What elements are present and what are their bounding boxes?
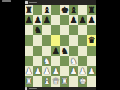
square-d6[interactable] [51,25,60,35]
square-a7[interactable]: ♟ [25,15,34,25]
piece-white-n-f3[interactable]: ♞ [69,56,78,66]
piece-black-n-e4[interactable]: ♞ [60,46,69,56]
square-c7[interactable]: ♟ [42,15,51,25]
square-a5[interactable] [25,35,34,45]
square-h3[interactable] [87,56,96,66]
right-letterbox-bar [96,0,120,90]
piece-black-r-a8[interactable]: ♜ [25,5,34,15]
square-g8[interactable] [78,5,87,15]
square-c2[interactable]: ♟ [42,66,51,76]
piece-black-q-h5[interactable]: ♛ [87,35,96,45]
piece-black-p-f7[interactable]: ♟ [69,15,78,25]
square-g6[interactable] [78,25,87,35]
square-h2[interactable]: ♟ [87,66,96,76]
piece-white-p-h2[interactable]: ♟ [87,66,96,76]
square-g2[interactable]: ♟ [78,66,87,76]
square-g7[interactable]: ♟ [78,15,87,25]
piece-black-n-b6[interactable]: ♞ [33,25,42,35]
square-a3[interactable] [25,56,34,66]
piece-white-n-c3[interactable]: ♞ [42,56,51,66]
square-g3[interactable] [78,56,87,66]
square-c4[interactable] [42,46,51,56]
opponent-avatar-icon [25,1,28,4]
square-f1[interactable] [69,76,78,86]
square-g4[interactable] [78,46,87,56]
square-d8[interactable] [51,5,60,15]
square-e8[interactable]: ♚ [60,5,69,15]
square-f2[interactable]: ♟ [69,66,78,76]
square-b2[interactable]: ♟ [33,66,42,76]
piece-black-b-c8[interactable]: ♝ [42,5,51,15]
square-f3[interactable]: ♞ [69,56,78,66]
piece-black-p-b7[interactable]: ♟ [33,15,42,25]
square-f7[interactable]: ♟ [69,15,78,25]
square-d4[interactable]: ♟ [51,46,60,56]
square-e2[interactable] [60,66,69,76]
piece-black-b-f8[interactable]: ♝ [69,5,78,15]
piece-white-p-d2[interactable]: ♟ [51,66,60,76]
piece-black-r-h8[interactable]: ♜ [87,5,96,15]
square-e5[interactable] [60,35,69,45]
square-f5[interactable] [69,35,78,45]
piece-white-p-g2[interactable]: ♟ [78,66,87,76]
piece-black-p-h7[interactable]: ♟ [87,15,96,25]
left-letterbox-bar [0,0,25,90]
square-d2[interactable]: ♟ [51,66,60,76]
square-g5[interactable] [78,35,87,45]
piece-white-r-a1[interactable]: ♜ [25,76,34,86]
piece-black-p-d4[interactable]: ♟ [51,46,60,56]
square-d5[interactable] [51,35,60,45]
piece-white-r-e1[interactable]: ♜ [60,76,69,86]
square-b8[interactable] [33,5,42,15]
chess-app-screenshot: ♜♝♚♝♜♟♟♟♟♟♟♞♛♟♞♞♞♟♟♟♟♟♟♟♜♝♛♜♚ [0,0,120,90]
square-h4[interactable] [87,46,96,56]
square-b1[interactable] [33,76,42,86]
square-e3[interactable] [60,56,69,66]
piece-black-k-e8[interactable]: ♚ [60,5,69,15]
piece-white-q-d1[interactable]: ♛ [51,76,60,86]
square-d3[interactable] [51,56,60,66]
square-b4[interactable] [33,46,42,56]
square-d1[interactable]: ♛ [51,76,60,86]
square-h5[interactable]: ♛ [87,35,96,45]
square-f6[interactable] [69,25,78,35]
piece-white-b-c1[interactable]: ♝ [42,76,51,86]
piece-white-p-b2[interactable]: ♟ [33,66,42,76]
opponent-name-label [29,2,37,4]
piece-white-k-g1[interactable]: ♚ [78,76,87,86]
square-d7[interactable] [51,15,60,25]
square-e4[interactable]: ♞ [60,46,69,56]
piece-black-p-c7[interactable]: ♟ [42,15,51,25]
square-c8[interactable]: ♝ [42,5,51,15]
video-osd-text [2,0,11,2]
square-a4[interactable] [25,46,34,56]
piece-white-p-a2[interactable]: ♟ [25,66,34,76]
square-h7[interactable]: ♟ [87,15,96,25]
square-a6[interactable] [25,25,34,35]
square-c1[interactable]: ♝ [42,76,51,86]
player-name-label [29,88,38,90]
square-b3[interactable] [33,56,42,66]
square-b7[interactable]: ♟ [33,15,42,25]
square-a8[interactable]: ♜ [25,5,34,15]
square-f4[interactable] [69,46,78,56]
piece-white-p-f2[interactable]: ♟ [69,66,78,76]
square-g1[interactable]: ♚ [78,76,87,86]
square-h8[interactable]: ♜ [87,5,96,15]
square-c3[interactable]: ♞ [42,56,51,66]
square-h1[interactable] [87,76,96,86]
square-a2[interactable]: ♟ [25,66,34,76]
square-e6[interactable] [60,25,69,35]
chess-board[interactable]: ♜♝♚♝♜♟♟♟♟♟♟♞♛♟♞♞♞♟♟♟♟♟♟♟♜♝♛♜♚ [25,5,97,87]
square-e7[interactable] [60,15,69,25]
square-b5[interactable] [33,35,42,45]
piece-black-p-a7[interactable]: ♟ [25,15,34,25]
square-e1[interactable]: ♜ [60,76,69,86]
piece-white-p-c2[interactable]: ♟ [42,66,51,76]
piece-black-p-g7[interactable]: ♟ [78,15,87,25]
square-h6[interactable] [87,25,96,35]
square-b6[interactable]: ♞ [33,25,42,35]
square-c6[interactable] [42,25,51,35]
square-f8[interactable]: ♝ [69,5,78,15]
square-a1[interactable]: ♜ [25,76,34,86]
square-c5[interactable] [42,35,51,45]
